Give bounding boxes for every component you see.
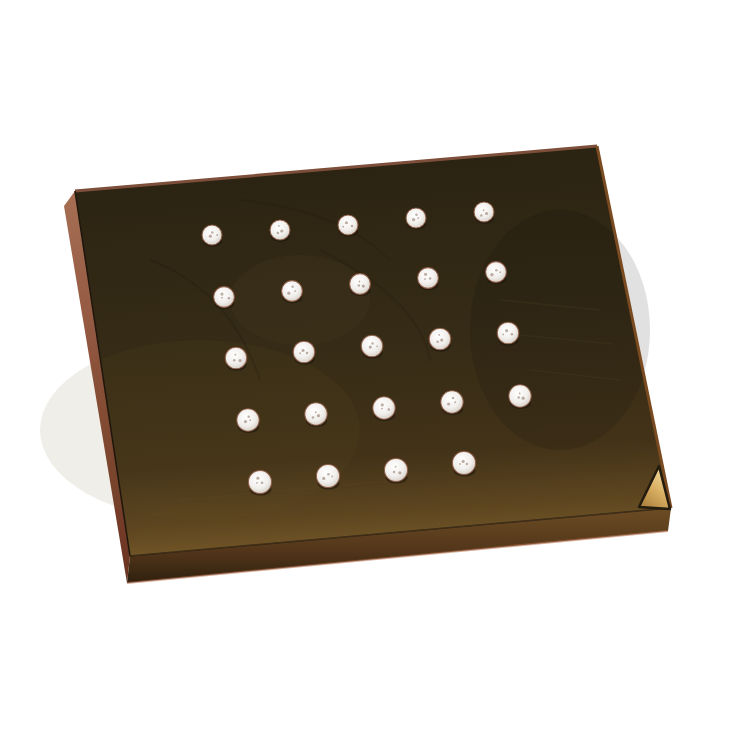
ball-speckle bbox=[412, 218, 415, 221]
solder-ball bbox=[350, 274, 371, 297]
ball-speckle bbox=[351, 225, 354, 228]
ball-speckle bbox=[234, 354, 236, 356]
ball-speckle bbox=[228, 297, 231, 300]
surface-mottling bbox=[470, 210, 650, 450]
ball-speckle bbox=[495, 269, 498, 272]
solder-ball bbox=[486, 262, 507, 285]
ball-sphere bbox=[418, 268, 439, 289]
ball-speckle bbox=[480, 214, 483, 217]
ball-sphere bbox=[474, 202, 494, 222]
ball-sphere bbox=[350, 274, 371, 295]
ball-speckle bbox=[436, 341, 439, 344]
ball-sphere bbox=[316, 464, 339, 487]
ball-sphere bbox=[486, 262, 507, 283]
solder-ball bbox=[293, 341, 315, 364]
ball-sphere bbox=[338, 215, 358, 235]
solder-ball bbox=[509, 385, 531, 409]
ball-speckle bbox=[369, 345, 372, 348]
solder-ball bbox=[248, 470, 271, 495]
solder-ball bbox=[474, 202, 494, 224]
ball-speckle bbox=[483, 209, 485, 211]
ball-speckle bbox=[395, 466, 397, 468]
ball-sphere bbox=[384, 458, 407, 481]
ball-speckle bbox=[312, 416, 315, 419]
ball-speckle bbox=[505, 329, 508, 332]
ball-speckle bbox=[261, 481, 264, 484]
ball-speckle bbox=[299, 352, 301, 354]
ball-sphere bbox=[373, 397, 395, 419]
ball-speckle bbox=[415, 213, 418, 216]
solder-ball bbox=[316, 464, 339, 489]
ball-sphere bbox=[406, 208, 426, 228]
bga-chip-photo bbox=[0, 0, 740, 740]
solder-ball bbox=[361, 335, 383, 358]
ball-speckle bbox=[317, 414, 320, 417]
solder-ball bbox=[202, 225, 222, 247]
ball-speckle bbox=[447, 402, 450, 405]
ball-speckle bbox=[424, 273, 427, 276]
ball-speckle bbox=[388, 408, 391, 411]
ball-speckle bbox=[277, 232, 280, 235]
ball-speckle bbox=[256, 477, 259, 480]
ball-speckle bbox=[376, 345, 378, 347]
ball-speckle bbox=[417, 217, 419, 219]
ball-speckle bbox=[238, 359, 241, 362]
ball-speckle bbox=[517, 396, 520, 399]
solder-ball bbox=[384, 458, 407, 483]
photo-canvas bbox=[0, 0, 740, 740]
ball-speckle bbox=[490, 273, 493, 276]
ball-speckle bbox=[291, 286, 294, 289]
ball-speckle bbox=[249, 419, 251, 421]
ball-speckle bbox=[211, 231, 214, 234]
ball-speckle bbox=[485, 212, 488, 215]
ball-speckle bbox=[398, 471, 401, 474]
ball-speckle bbox=[511, 333, 514, 336]
ball-sphere bbox=[202, 225, 222, 245]
solder-ball bbox=[441, 391, 463, 415]
ball-sphere bbox=[214, 287, 235, 308]
ball-sphere bbox=[497, 322, 519, 344]
ball-speckle bbox=[247, 415, 250, 418]
ball-speckle bbox=[301, 349, 304, 352]
solder-ball bbox=[406, 208, 426, 230]
solder-ball bbox=[338, 215, 358, 237]
ball-sphere bbox=[429, 328, 451, 350]
ball-speckle bbox=[280, 229, 283, 232]
ball-speckle bbox=[315, 411, 317, 413]
ball-sphere bbox=[270, 220, 290, 240]
ball-speckle bbox=[440, 339, 443, 342]
ball-sphere bbox=[361, 335, 383, 357]
ball-speckle bbox=[342, 226, 344, 228]
ball-speckle bbox=[459, 463, 461, 465]
ball-speckle bbox=[278, 225, 280, 227]
ball-speckle bbox=[499, 271, 501, 273]
ball-speckle bbox=[256, 482, 258, 484]
ball-speckle bbox=[306, 352, 309, 355]
solder-ball bbox=[429, 328, 451, 351]
ball-speckle bbox=[452, 397, 455, 400]
ball-speckle bbox=[220, 292, 223, 295]
solder-ball bbox=[282, 281, 303, 304]
ball-speckle bbox=[371, 342, 374, 345]
ball-sphere bbox=[248, 470, 271, 493]
ball-sphere bbox=[452, 451, 475, 474]
ball-speckle bbox=[359, 281, 361, 283]
ball-sphere bbox=[237, 409, 259, 431]
ball-speckle bbox=[424, 278, 426, 280]
ball-speckle bbox=[216, 234, 218, 236]
solder-ball bbox=[373, 397, 395, 421]
ball-speckle bbox=[327, 473, 330, 476]
ball-speckle bbox=[209, 235, 212, 238]
ball-sphere bbox=[441, 391, 463, 413]
surface-mottling bbox=[40, 340, 360, 520]
ball-speckle bbox=[322, 477, 325, 480]
ball-speckle bbox=[362, 284, 365, 287]
ball-speckle bbox=[519, 393, 521, 395]
ball-speckle bbox=[462, 460, 465, 463]
ball-speckle bbox=[294, 290, 296, 292]
solder-ball bbox=[225, 347, 247, 370]
ball-speckle bbox=[221, 297, 223, 299]
ball-sphere bbox=[225, 347, 247, 369]
ball-speckle bbox=[244, 420, 247, 423]
solder-ball bbox=[270, 220, 290, 242]
ball-speckle bbox=[287, 292, 290, 295]
ball-speckle bbox=[358, 284, 361, 287]
ball-speckle bbox=[502, 334, 504, 336]
ball-speckle bbox=[381, 408, 383, 410]
ball-speckle bbox=[233, 359, 236, 362]
ball-speckle bbox=[345, 221, 348, 224]
ball-speckle bbox=[393, 471, 396, 474]
ball-speckle bbox=[331, 475, 333, 477]
ball-speckle bbox=[522, 397, 525, 400]
ball-sphere bbox=[305, 403, 327, 425]
solder-ball bbox=[305, 403, 327, 427]
ball-speckle bbox=[381, 403, 384, 406]
solder-ball bbox=[497, 322, 519, 345]
ball-sphere bbox=[509, 385, 531, 407]
ball-sphere bbox=[293, 341, 315, 363]
ball-speckle bbox=[466, 463, 469, 466]
solder-ball bbox=[418, 268, 439, 291]
chip-body bbox=[40, 146, 671, 583]
ball-speckle bbox=[429, 277, 432, 280]
solder-ball bbox=[214, 287, 235, 310]
ball-sphere bbox=[282, 281, 303, 302]
ball-speckle bbox=[438, 334, 440, 336]
solder-ball bbox=[452, 451, 475, 476]
ball-speckle bbox=[454, 401, 456, 403]
solder-ball bbox=[237, 409, 259, 433]
